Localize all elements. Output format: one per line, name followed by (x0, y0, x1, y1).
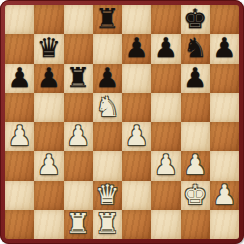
piece-white-pawn[interactable]: ♟ (125, 122, 149, 149)
square-c3[interactable] (64, 151, 93, 180)
square-f2[interactable] (151, 181, 180, 210)
square-a7[interactable] (5, 34, 34, 63)
piece-white-pawn[interactable]: ♟ (8, 122, 32, 149)
chess-board: ♜♚♛♟♟♞♟♟♟♜♟♟♞♟♟♟♟♟♟♛♚♟♜♜ (5, 5, 239, 239)
square-c5[interactable] (64, 93, 93, 122)
square-f8[interactable] (151, 5, 180, 34)
square-g7[interactable]: ♞ (181, 34, 210, 63)
square-b3[interactable]: ♟ (34, 151, 63, 180)
square-g8[interactable]: ♚ (181, 5, 210, 34)
square-b8[interactable] (34, 5, 63, 34)
square-a2[interactable] (5, 181, 34, 210)
square-f1[interactable] (151, 210, 180, 239)
square-d5[interactable]: ♞ (93, 93, 122, 122)
square-a3[interactable] (5, 151, 34, 180)
piece-white-pawn[interactable]: ♟ (66, 122, 90, 149)
square-g1[interactable] (181, 210, 210, 239)
piece-black-pawn[interactable]: ♟ (212, 34, 236, 61)
square-e3[interactable] (122, 151, 151, 180)
square-c2[interactable] (64, 181, 93, 210)
square-f7[interactable]: ♟ (151, 34, 180, 63)
piece-black-pawn[interactable]: ♟ (183, 64, 207, 91)
square-d7[interactable] (93, 34, 122, 63)
square-f3[interactable]: ♟ (151, 151, 180, 180)
square-g6[interactable]: ♟ (181, 64, 210, 93)
square-d8[interactable]: ♜ (93, 5, 122, 34)
square-e2[interactable] (122, 181, 151, 210)
square-g3[interactable]: ♟ (181, 151, 210, 180)
piece-white-pawn[interactable]: ♟ (37, 151, 61, 178)
square-c8[interactable] (64, 5, 93, 34)
square-h8[interactable] (210, 5, 239, 34)
piece-black-knight[interactable]: ♞ (183, 34, 207, 61)
square-a8[interactable] (5, 5, 34, 34)
piece-white-queen[interactable]: ♛ (95, 181, 119, 208)
square-b5[interactable] (34, 93, 63, 122)
square-g4[interactable] (181, 122, 210, 151)
square-c1[interactable]: ♜ (64, 210, 93, 239)
piece-white-pawn[interactable]: ♟ (154, 151, 178, 178)
piece-black-pawn[interactable]: ♟ (125, 34, 149, 61)
square-g2[interactable]: ♚ (181, 181, 210, 210)
square-h6[interactable] (210, 64, 239, 93)
square-f4[interactable] (151, 122, 180, 151)
square-e6[interactable] (122, 64, 151, 93)
square-h4[interactable] (210, 122, 239, 151)
piece-black-rook[interactable]: ♜ (66, 64, 90, 91)
square-b2[interactable] (34, 181, 63, 210)
square-e5[interactable] (122, 93, 151, 122)
square-h5[interactable] (210, 93, 239, 122)
square-h1[interactable] (210, 210, 239, 239)
piece-black-pawn[interactable]: ♟ (154, 34, 178, 61)
piece-white-rook[interactable]: ♜ (95, 210, 119, 237)
square-c6[interactable]: ♜ (64, 64, 93, 93)
square-d6[interactable]: ♟ (93, 64, 122, 93)
piece-white-knight[interactable]: ♞ (95, 93, 119, 120)
piece-white-pawn[interactable]: ♟ (212, 181, 236, 208)
square-f5[interactable] (151, 93, 180, 122)
square-e7[interactable]: ♟ (122, 34, 151, 63)
piece-black-king[interactable]: ♚ (183, 5, 207, 32)
square-g5[interactable] (181, 93, 210, 122)
square-a6[interactable]: ♟ (5, 64, 34, 93)
square-h7[interactable]: ♟ (210, 34, 239, 63)
square-b7[interactable]: ♛ (34, 34, 63, 63)
square-a4[interactable]: ♟ (5, 122, 34, 151)
square-b1[interactable] (34, 210, 63, 239)
square-h3[interactable] (210, 151, 239, 180)
square-d3[interactable] (93, 151, 122, 180)
piece-white-pawn[interactable]: ♟ (183, 151, 207, 178)
square-b4[interactable] (34, 122, 63, 151)
piece-black-pawn[interactable]: ♟ (37, 64, 61, 91)
square-d4[interactable] (93, 122, 122, 151)
piece-white-rook[interactable]: ♜ (66, 210, 90, 237)
square-d2[interactable]: ♛ (93, 181, 122, 210)
square-e8[interactable] (122, 5, 151, 34)
square-e1[interactable] (122, 210, 151, 239)
square-c4[interactable]: ♟ (64, 122, 93, 151)
piece-white-king[interactable]: ♚ (183, 181, 207, 208)
piece-black-rook[interactable]: ♜ (95, 5, 119, 32)
piece-black-pawn[interactable]: ♟ (95, 64, 119, 91)
square-e4[interactable]: ♟ (122, 122, 151, 151)
chess-board-frame: ♜♚♛♟♟♞♟♟♟♜♟♟♞♟♟♟♟♟♟♛♚♟♜♜ (0, 0, 244, 244)
square-a1[interactable] (5, 210, 34, 239)
piece-black-queen[interactable]: ♛ (37, 34, 61, 61)
square-a5[interactable] (5, 93, 34, 122)
square-c7[interactable] (64, 34, 93, 63)
square-d1[interactable]: ♜ (93, 210, 122, 239)
piece-black-pawn[interactable]: ♟ (8, 64, 32, 91)
square-b6[interactable]: ♟ (34, 64, 63, 93)
square-f6[interactable] (151, 64, 180, 93)
square-h2[interactable]: ♟ (210, 181, 239, 210)
